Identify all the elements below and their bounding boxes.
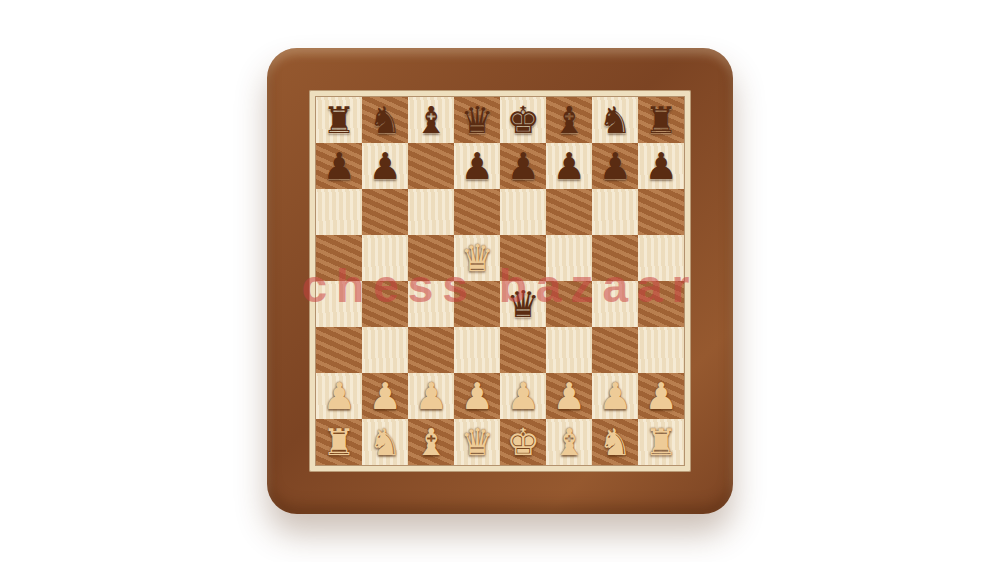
square-a8: ♜ xyxy=(316,97,362,143)
square-e8: ♚ xyxy=(500,97,546,143)
white-pawn-d2: ♟ xyxy=(460,378,493,415)
square-b3 xyxy=(362,327,408,373)
square-h2: ♟ xyxy=(638,373,684,419)
square-h6 xyxy=(638,189,684,235)
square-g3 xyxy=(592,327,638,373)
square-d3 xyxy=(454,327,500,373)
square-f7: ♟ xyxy=(546,143,592,189)
white-pawn-b2: ♟ xyxy=(368,378,401,415)
white-rook-h1: ♜ xyxy=(644,424,677,461)
square-e7: ♟ xyxy=(500,143,546,189)
square-a5 xyxy=(316,235,362,281)
square-e3 xyxy=(500,327,546,373)
square-a3 xyxy=(316,327,362,373)
square-g8: ♞ xyxy=(592,97,638,143)
square-h1: ♜ xyxy=(638,419,684,465)
black-pawn-e7: ♟ xyxy=(506,148,539,185)
black-pawn-d7: ♟ xyxy=(460,148,493,185)
square-e5 xyxy=(500,235,546,281)
square-h3 xyxy=(638,327,684,373)
square-d8: ♛ xyxy=(454,97,500,143)
square-c5 xyxy=(408,235,454,281)
square-a2: ♟ xyxy=(316,373,362,419)
black-king-e8: ♚ xyxy=(506,102,539,139)
square-g2: ♟ xyxy=(592,373,638,419)
square-e1: ♚ xyxy=(500,419,546,465)
white-bishop-c1: ♝ xyxy=(414,424,447,461)
square-d5: ♛ xyxy=(454,235,500,281)
square-c3 xyxy=(408,327,454,373)
square-b6 xyxy=(362,189,408,235)
square-h7: ♟ xyxy=(638,143,684,189)
square-b1: ♞ xyxy=(362,419,408,465)
square-c6 xyxy=(408,189,454,235)
square-c2: ♟ xyxy=(408,373,454,419)
square-f5 xyxy=(546,235,592,281)
square-a1: ♜ xyxy=(316,419,362,465)
square-b2: ♟ xyxy=(362,373,408,419)
white-bishop-f1: ♝ xyxy=(552,424,585,461)
white-rook-a1: ♜ xyxy=(322,424,355,461)
square-d6 xyxy=(454,189,500,235)
product-photo-scene: ♜♞♝♛♚♝♞♜♟♟♟♟♟♟♟♛♛♟♟♟♟♟♟♟♟♜♞♝♛♚♝♞♜ chess … xyxy=(0,0,1000,562)
white-pawn-a2: ♟ xyxy=(322,378,355,415)
black-pawn-b7: ♟ xyxy=(368,148,401,185)
square-f2: ♟ xyxy=(546,373,592,419)
black-pawn-a7: ♟ xyxy=(322,148,355,185)
square-c4 xyxy=(408,281,454,327)
white-queen-d5: ♛ xyxy=(460,240,493,277)
square-c8: ♝ xyxy=(408,97,454,143)
square-d2: ♟ xyxy=(454,373,500,419)
square-b4 xyxy=(362,281,408,327)
black-bishop-c8: ♝ xyxy=(414,102,447,139)
black-queen-d8: ♛ xyxy=(460,102,493,139)
white-pawn-e2: ♟ xyxy=(506,378,539,415)
white-knight-g1: ♞ xyxy=(598,424,631,461)
black-knight-g8: ♞ xyxy=(598,102,631,139)
chess-board-wrap: ♜♞♝♛♚♝♞♜♟♟♟♟♟♟♟♛♛♟♟♟♟♟♟♟♟♜♞♝♛♚♝♞♜ chess … xyxy=(267,48,733,514)
square-f6 xyxy=(546,189,592,235)
white-pawn-c2: ♟ xyxy=(414,378,447,415)
square-h8: ♜ xyxy=(638,97,684,143)
black-pawn-f7: ♟ xyxy=(552,148,585,185)
black-rook-a8: ♜ xyxy=(322,102,355,139)
square-f4 xyxy=(546,281,592,327)
chess-board: ♜♞♝♛♚♝♞♜♟♟♟♟♟♟♟♛♛♟♟♟♟♟♟♟♟♜♞♝♛♚♝♞♜ xyxy=(316,97,684,465)
square-e6 xyxy=(500,189,546,235)
square-f8: ♝ xyxy=(546,97,592,143)
square-f3 xyxy=(546,327,592,373)
square-e2: ♟ xyxy=(500,373,546,419)
white-pawn-g2: ♟ xyxy=(598,378,631,415)
square-g1: ♞ xyxy=(592,419,638,465)
square-b5 xyxy=(362,235,408,281)
square-b8: ♞ xyxy=(362,97,408,143)
square-b7: ♟ xyxy=(362,143,408,189)
board-inner-border: ♜♞♝♛♚♝♞♜♟♟♟♟♟♟♟♛♛♟♟♟♟♟♟♟♟♜♞♝♛♚♝♞♜ xyxy=(309,90,691,472)
black-queen-e4: ♛ xyxy=(506,286,539,323)
white-pawn-h2: ♟ xyxy=(644,378,677,415)
square-a7: ♟ xyxy=(316,143,362,189)
square-c7 xyxy=(408,143,454,189)
square-c1: ♝ xyxy=(408,419,454,465)
square-g7: ♟ xyxy=(592,143,638,189)
square-a6 xyxy=(316,189,362,235)
black-bishop-f8: ♝ xyxy=(552,102,585,139)
white-queen-d1: ♛ xyxy=(460,424,493,461)
white-pawn-f2: ♟ xyxy=(552,378,585,415)
square-f1: ♝ xyxy=(546,419,592,465)
square-g6 xyxy=(592,189,638,235)
square-e4: ♛ xyxy=(500,281,546,327)
white-king-e1: ♚ xyxy=(506,424,539,461)
black-rook-h8: ♜ xyxy=(644,102,677,139)
square-g4 xyxy=(592,281,638,327)
square-d7: ♟ xyxy=(454,143,500,189)
square-h5 xyxy=(638,235,684,281)
black-knight-b8: ♞ xyxy=(368,102,401,139)
square-g5 xyxy=(592,235,638,281)
square-h4 xyxy=(638,281,684,327)
black-pawn-h7: ♟ xyxy=(644,148,677,185)
board-frame: ♜♞♝♛♚♝♞♜♟♟♟♟♟♟♟♛♛♟♟♟♟♟♟♟♟♜♞♝♛♚♝♞♜ xyxy=(267,48,733,514)
square-a4 xyxy=(316,281,362,327)
square-d1: ♛ xyxy=(454,419,500,465)
white-knight-b1: ♞ xyxy=(368,424,401,461)
black-pawn-g7: ♟ xyxy=(598,148,631,185)
square-d4 xyxy=(454,281,500,327)
